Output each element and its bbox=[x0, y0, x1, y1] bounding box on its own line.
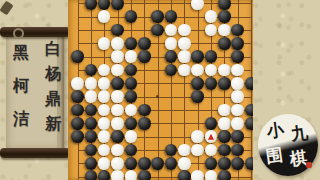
white-stone bbox=[191, 144, 204, 157]
black-stone bbox=[178, 170, 191, 180]
black-stone bbox=[111, 130, 124, 143]
black-stone bbox=[85, 64, 98, 77]
black-stone bbox=[125, 37, 138, 50]
white-stone bbox=[98, 117, 111, 130]
white-stone bbox=[111, 104, 124, 117]
black-player-char-2: 洁 bbox=[13, 111, 29, 127]
white-stone bbox=[231, 77, 244, 90]
white-stone bbox=[205, 64, 218, 77]
white-stone bbox=[165, 24, 178, 37]
black-stone bbox=[231, 144, 244, 157]
white-stone bbox=[231, 90, 244, 103]
black-stone bbox=[218, 77, 231, 90]
black-stone bbox=[138, 117, 151, 130]
black-stone bbox=[165, 50, 178, 63]
white-stone bbox=[218, 24, 231, 37]
black-stone bbox=[111, 77, 124, 90]
white-stone bbox=[98, 130, 111, 143]
black-stone bbox=[85, 0, 98, 10]
white-stone bbox=[111, 50, 124, 63]
black-stone bbox=[205, 77, 218, 90]
white-stone bbox=[191, 64, 204, 77]
white-stone bbox=[71, 77, 84, 90]
black-stone bbox=[231, 24, 244, 37]
black-stone bbox=[218, 10, 231, 23]
white-stone bbox=[231, 117, 244, 130]
black-stone bbox=[111, 24, 124, 37]
white-stone bbox=[98, 144, 111, 157]
black-stone bbox=[98, 170, 111, 180]
white-stone bbox=[218, 117, 231, 130]
black-stone bbox=[191, 50, 204, 63]
white-stone bbox=[98, 64, 111, 77]
black-stone bbox=[111, 0, 124, 10]
scroll-grommet bbox=[13, 28, 24, 39]
black-stone bbox=[125, 144, 138, 157]
black-stone bbox=[191, 77, 204, 90]
scroll-rod-top bbox=[0, 27, 70, 37]
white-stone bbox=[85, 90, 98, 103]
white-stone bbox=[125, 50, 138, 63]
black-stone bbox=[165, 10, 178, 23]
white-stone bbox=[111, 90, 124, 103]
white-stone bbox=[98, 10, 111, 23]
grid-line-vertical bbox=[144, 0, 145, 180]
white-stone bbox=[111, 144, 124, 157]
black-stone bbox=[85, 157, 98, 170]
black-stone bbox=[125, 157, 138, 170]
black-stone bbox=[85, 170, 98, 180]
white-stone bbox=[111, 37, 124, 50]
white-stone bbox=[218, 104, 231, 117]
white-stone bbox=[98, 77, 111, 90]
black-stone bbox=[71, 50, 84, 63]
white-stone bbox=[85, 77, 98, 90]
black-stone bbox=[138, 170, 151, 180]
black-stone bbox=[205, 157, 218, 170]
thumbnail-canvas: 白杨鼎新 黑柯洁 小 九 围 棋 bbox=[0, 0, 320, 180]
black-stone bbox=[71, 117, 84, 130]
black-stone bbox=[165, 144, 178, 157]
white-stone bbox=[205, 24, 218, 37]
black-stone bbox=[85, 130, 98, 143]
white-stone bbox=[205, 130, 218, 143]
white-stone bbox=[191, 130, 204, 143]
go-board bbox=[68, 0, 253, 180]
white-player-char-1: 杨 bbox=[45, 66, 61, 82]
black-stone bbox=[125, 77, 138, 90]
black-stone bbox=[138, 157, 151, 170]
white-stone bbox=[111, 170, 124, 180]
white-stone bbox=[165, 37, 178, 50]
black-stone bbox=[85, 117, 98, 130]
scroll-rod-bottom bbox=[0, 148, 70, 158]
white-stone bbox=[205, 170, 218, 180]
white-stone bbox=[178, 157, 191, 170]
black-stone bbox=[218, 130, 231, 143]
black-stone bbox=[125, 90, 138, 103]
white-stone bbox=[111, 64, 124, 77]
white-stone bbox=[98, 104, 111, 117]
white-stone bbox=[178, 50, 191, 63]
black-stone bbox=[218, 170, 231, 180]
black-stone bbox=[205, 50, 218, 63]
white-player-char-0: 白 bbox=[45, 41, 61, 57]
black-stone bbox=[245, 157, 253, 170]
black-stone bbox=[138, 37, 151, 50]
white-player-char-2: 鼎 bbox=[45, 91, 61, 107]
black-stone bbox=[231, 50, 244, 63]
white-stone bbox=[178, 64, 191, 77]
black-player-column: 黑柯洁 bbox=[13, 45, 29, 127]
white-stone bbox=[205, 144, 218, 157]
white-stone bbox=[111, 157, 124, 170]
white-stone bbox=[125, 130, 138, 143]
white-player-char-3: 新 bbox=[45, 116, 61, 132]
black-stone bbox=[245, 77, 253, 90]
white-stone bbox=[191, 0, 204, 10]
black-stone bbox=[165, 157, 178, 170]
black-stone bbox=[125, 117, 138, 130]
black-stone bbox=[85, 144, 98, 157]
black-stone bbox=[245, 104, 253, 117]
white-stone bbox=[111, 117, 124, 130]
black-stone bbox=[125, 10, 138, 23]
black-stone bbox=[231, 37, 244, 50]
black-stone bbox=[165, 64, 178, 77]
black-stone bbox=[85, 104, 98, 117]
white-stone bbox=[98, 90, 111, 103]
white-stone bbox=[178, 24, 191, 37]
black-stone bbox=[191, 90, 204, 103]
white-stone bbox=[178, 37, 191, 50]
black-stone bbox=[245, 117, 253, 130]
black-stone bbox=[205, 117, 218, 130]
white-player-column: 白杨鼎新 bbox=[45, 41, 61, 132]
white-stone bbox=[205, 10, 218, 23]
black-stone bbox=[151, 10, 164, 23]
white-stone bbox=[98, 37, 111, 50]
logo-char-jiu: 九 bbox=[290, 124, 309, 143]
black-player-char-1: 柯 bbox=[13, 78, 29, 94]
logo-char-wei: 围 bbox=[265, 146, 284, 165]
black-stone bbox=[218, 0, 231, 10]
white-stone bbox=[231, 64, 244, 77]
black-stone bbox=[71, 130, 84, 143]
white-stone bbox=[125, 104, 138, 117]
channel-logo: 小 九 围 棋 bbox=[258, 114, 318, 176]
white-stone bbox=[231, 104, 244, 117]
black-stone bbox=[218, 37, 231, 50]
black-stone bbox=[218, 144, 231, 157]
black-stone bbox=[138, 104, 151, 117]
white-stone bbox=[191, 170, 204, 180]
last-move-marker bbox=[208, 133, 214, 139]
black-stone bbox=[231, 130, 244, 143]
logo-seal-dot bbox=[306, 162, 312, 168]
black-stone bbox=[125, 64, 138, 77]
logo-char-xiao: 小 bbox=[266, 121, 285, 140]
black-stone bbox=[71, 104, 84, 117]
star-point bbox=[156, 95, 159, 98]
white-stone bbox=[98, 157, 111, 170]
black-player-char-0: 黑 bbox=[13, 45, 29, 61]
grid-line-vertical bbox=[251, 0, 252, 180]
black-stone bbox=[218, 157, 231, 170]
black-stone bbox=[98, 0, 111, 10]
black-stone bbox=[151, 157, 164, 170]
white-stone bbox=[125, 170, 138, 180]
black-stone bbox=[71, 90, 84, 103]
black-stone bbox=[151, 24, 164, 37]
black-stone bbox=[138, 50, 151, 63]
white-stone bbox=[218, 64, 231, 77]
white-stone bbox=[178, 144, 191, 157]
black-stone bbox=[231, 157, 244, 170]
